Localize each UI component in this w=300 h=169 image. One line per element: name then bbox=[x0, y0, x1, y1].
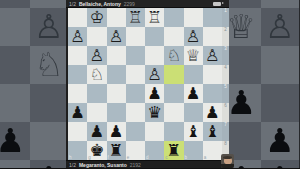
bottom-result-badge: 1/2 bbox=[69, 161, 76, 169]
square-d5[interactable]: ♟ bbox=[145, 84, 164, 103]
square-f1[interactable] bbox=[107, 8, 126, 27]
square-h2[interactable]: ♙ bbox=[68, 27, 87, 46]
square-h3[interactable] bbox=[68, 46, 87, 65]
white-piece-p-a3: ♙ bbox=[265, 8, 295, 46]
square-g5[interactable] bbox=[87, 84, 106, 103]
bg-square-g7: ♟ bbox=[30, 160, 69, 168]
square-a3[interactable]: ♙ bbox=[203, 46, 222, 65]
square-c3[interactable]: ♘ bbox=[164, 46, 183, 65]
square-f6[interactable] bbox=[107, 103, 126, 122]
bg-square-a3: ♙ bbox=[261, 8, 300, 46]
square-e5[interactable] bbox=[126, 84, 145, 103]
square-d4[interactable]: ♙ bbox=[145, 65, 164, 84]
bottom-player-bar: 1/2 Megaranto, Susanto 2192 bbox=[66, 160, 229, 168]
black-piece-k-g8[interactable]: ♚ bbox=[89, 141, 104, 160]
bg-square-h6: ♟ bbox=[0, 122, 30, 160]
bg-square-g5 bbox=[30, 84, 69, 122]
bg-square-a6: ♟ bbox=[261, 122, 300, 160]
square-h5[interactable] bbox=[68, 84, 87, 103]
square-d6[interactable]: ♛ bbox=[145, 103, 164, 122]
broadcast-panel: 1/2 Bellaiche, Antony 2299 ♔♖♖♙♙♙♙♘♕♙♘♙♟… bbox=[66, 0, 229, 168]
black-piece-p-b5: ♟ bbox=[226, 84, 256, 122]
square-c1[interactable] bbox=[164, 8, 183, 27]
bg-square-g4: ♘ bbox=[30, 46, 69, 84]
black-piece-p-f7[interactable]: ♟ bbox=[109, 122, 124, 141]
square-h1[interactable] bbox=[68, 8, 87, 27]
black-piece-r-f8[interactable]: ♜ bbox=[109, 141, 124, 160]
black-piece-p-h6[interactable]: ♟ bbox=[70, 103, 85, 122]
square-f8[interactable]: ♜ bbox=[107, 141, 126, 160]
avatar-hair bbox=[223, 156, 232, 159]
square-a6[interactable]: ♟ bbox=[203, 103, 222, 122]
square-f2[interactable]: ♙ bbox=[107, 27, 126, 46]
bg-square-a5 bbox=[261, 84, 300, 122]
white-piece-p-g3: ♙ bbox=[34, 8, 64, 46]
bg-square-g6 bbox=[30, 122, 69, 160]
square-d2[interactable] bbox=[145, 27, 164, 46]
square-b3[interactable]: ♕ bbox=[184, 46, 203, 65]
black-piece-p-g7: ♟ bbox=[34, 160, 64, 168]
white-piece-q-b3: ♕ bbox=[226, 8, 256, 46]
bg-square-h7 bbox=[0, 160, 30, 168]
avatar-shirt bbox=[221, 164, 234, 168]
square-e4[interactable] bbox=[126, 65, 145, 84]
white-piece-r-e1[interactable]: ♖ bbox=[128, 8, 143, 27]
bg-square-a7: ♝ bbox=[261, 160, 300, 168]
square-a4[interactable] bbox=[203, 65, 222, 84]
rank-label-3: 3 bbox=[222, 46, 229, 65]
chess-board[interactable]: ♔♖♖♙♙♙♙♘♕♙♘♙♟♟♟♛♟♟♟♝♝♚♜♜ bbox=[68, 8, 222, 160]
black-piece-b-a7[interactable]: ♝ bbox=[205, 122, 220, 141]
square-e2[interactable] bbox=[126, 27, 145, 46]
square-g6[interactable] bbox=[87, 103, 106, 122]
square-b7[interactable]: ♝ bbox=[184, 122, 203, 141]
white-piece-p-h2[interactable]: ♙ bbox=[70, 27, 85, 46]
square-a1[interactable] bbox=[203, 8, 222, 27]
square-e3[interactable] bbox=[126, 46, 145, 65]
rank-label-4: 4 bbox=[222, 65, 229, 84]
square-a2[interactable] bbox=[203, 27, 222, 46]
bg-square-a4 bbox=[261, 46, 300, 84]
square-e1[interactable]: ♖ bbox=[126, 8, 145, 27]
square-b5[interactable]: ♟ bbox=[184, 84, 203, 103]
square-b1[interactable] bbox=[184, 8, 203, 27]
bg-square-h2: ♙ bbox=[0, 0, 30, 8]
black-piece-p-a6[interactable]: ♟ bbox=[205, 103, 220, 122]
square-b2[interactable]: ♙ bbox=[184, 27, 203, 46]
black-piece-p-a6: ♟ bbox=[265, 122, 295, 160]
square-g4[interactable]: ♘ bbox=[87, 65, 106, 84]
square-c4[interactable] bbox=[164, 65, 183, 84]
black-piece-b-a7: ♝ bbox=[265, 160, 295, 168]
square-f4[interactable] bbox=[107, 65, 126, 84]
white-piece-p-g3[interactable]: ♙ bbox=[89, 46, 104, 65]
white-piece-p-f2[interactable]: ♙ bbox=[109, 27, 124, 46]
channel-avatar[interactable] bbox=[221, 154, 234, 168]
bg-square-h3 bbox=[0, 8, 30, 46]
square-e7[interactable] bbox=[126, 122, 145, 141]
rank-label-5: 5 bbox=[222, 84, 229, 103]
bg-square-h5 bbox=[0, 84, 30, 122]
black-piece-q-d6[interactable]: ♛ bbox=[147, 103, 162, 122]
top-result-badge: 1/2 bbox=[69, 0, 76, 8]
square-a5[interactable] bbox=[203, 84, 222, 103]
white-piece-p-h2: ♙ bbox=[0, 0, 25, 8]
bottom-player-name: Megaranto, Susanto bbox=[79, 161, 127, 169]
camera-icon bbox=[213, 2, 221, 6]
top-player-name: Bellaiche, Antony bbox=[79, 0, 121, 8]
square-c2[interactable] bbox=[164, 27, 183, 46]
square-d1[interactable]: ♖ bbox=[145, 8, 164, 27]
white-piece-r-d1[interactable]: ♖ bbox=[147, 8, 162, 27]
bg-square-g3: ♙ bbox=[30, 8, 69, 46]
white-piece-k-g1[interactable]: ♔ bbox=[89, 8, 104, 27]
black-piece-p-g7[interactable]: ♟ bbox=[89, 122, 104, 141]
square-b4[interactable] bbox=[184, 65, 203, 84]
white-piece-n-c3[interactable]: ♘ bbox=[166, 46, 181, 65]
square-f3[interactable] bbox=[107, 46, 126, 65]
square-f5[interactable] bbox=[107, 84, 126, 103]
board-area: ♔♖♖♙♙♙♙♘♕♙♘♙♟♟♟♛♟♟♟♝♝♚♜♜ 12345678 hgfedc… bbox=[66, 8, 229, 160]
white-piece-p-a3[interactable]: ♙ bbox=[205, 46, 220, 65]
top-player-bar: 1/2 Bellaiche, Antony 2299 bbox=[66, 0, 229, 8]
square-b6[interactable] bbox=[184, 103, 203, 122]
black-piece-p-d5[interactable]: ♟ bbox=[147, 84, 162, 103]
rank-label-6: 6 bbox=[222, 103, 229, 122]
rank-label-1: 1 bbox=[222, 8, 229, 27]
square-d7[interactable] bbox=[145, 122, 164, 141]
bg-square-h4 bbox=[0, 46, 30, 84]
square-g2[interactable] bbox=[87, 27, 106, 46]
white-piece-q-b3[interactable]: ♕ bbox=[186, 46, 201, 65]
square-g7[interactable]: ♟ bbox=[87, 122, 106, 141]
black-piece-b-b7[interactable]: ♝ bbox=[186, 122, 201, 141]
rank-label-7: 7 bbox=[222, 122, 229, 141]
top-player-rating: 2299 bbox=[124, 0, 135, 8]
square-h4[interactable] bbox=[68, 65, 87, 84]
square-c6[interactable] bbox=[164, 103, 183, 122]
white-piece-n-g4[interactable]: ♘ bbox=[89, 65, 104, 84]
black-piece-r-c8[interactable]: ♜ bbox=[166, 141, 181, 160]
white-piece-p-d4[interactable]: ♙ bbox=[147, 65, 162, 84]
bottom-player-rating: 2192 bbox=[130, 161, 141, 169]
square-c5[interactable] bbox=[164, 84, 183, 103]
square-g3[interactable]: ♙ bbox=[87, 46, 106, 65]
square-e6[interactable] bbox=[126, 103, 145, 122]
square-g1[interactable]: ♔ bbox=[87, 8, 106, 27]
white-piece-p-b2[interactable]: ♙ bbox=[186, 27, 201, 46]
square-h7[interactable] bbox=[68, 122, 87, 141]
square-h6[interactable]: ♟ bbox=[68, 103, 87, 122]
black-piece-p-b5[interactable]: ♟ bbox=[186, 84, 201, 103]
video-frame: ♔♖♖♙♙♙♙♘♕♙♘♙♟♟♟♛♟♟♟♝♝♚♜♜ 1/2 Bellaiche, … bbox=[0, 0, 300, 168]
black-piece-p-h6: ♟ bbox=[0, 122, 25, 160]
square-f7[interactable]: ♟ bbox=[107, 122, 126, 141]
rank-label-2: 2 bbox=[222, 27, 229, 46]
rank-labels: 12345678 bbox=[222, 8, 229, 160]
white-piece-n-g4: ♘ bbox=[34, 46, 64, 84]
square-a7[interactable]: ♝ bbox=[203, 122, 222, 141]
square-c7[interactable] bbox=[164, 122, 183, 141]
square-d3[interactable] bbox=[145, 46, 164, 65]
